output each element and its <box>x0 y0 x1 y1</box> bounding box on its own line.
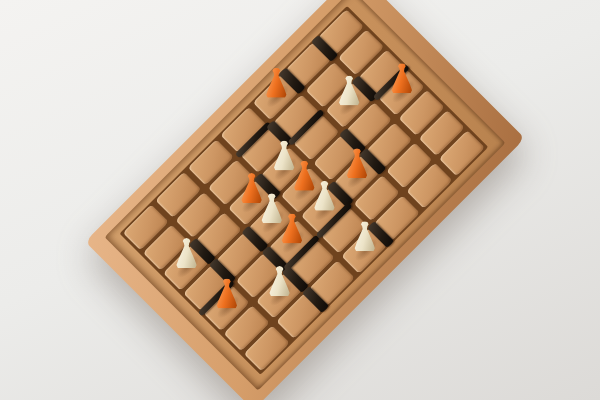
board-rim <box>85 0 525 400</box>
board-grid <box>119 6 488 375</box>
game-board <box>113 0 497 382</box>
board-margin <box>105 0 506 390</box>
photo-backdrop <box>0 0 600 400</box>
